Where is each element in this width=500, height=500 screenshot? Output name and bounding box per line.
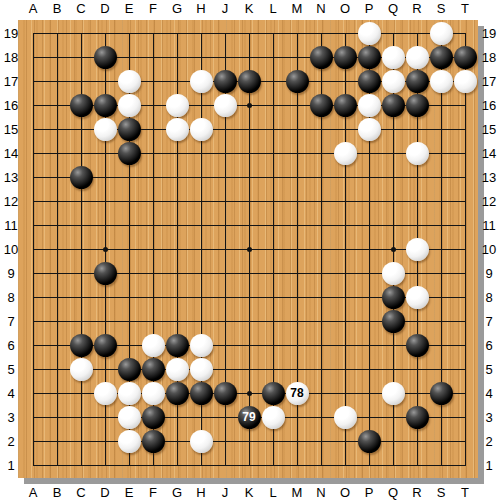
board-intersection[interactable]: [141, 285, 165, 309]
board-intersection[interactable]: [45, 309, 69, 333]
board-intersection[interactable]: [261, 237, 285, 261]
board-intersection[interactable]: [381, 357, 405, 381]
board-intersection[interactable]: [237, 357, 261, 381]
board-intersection[interactable]: [141, 189, 165, 213]
board-intersection[interactable]: [453, 405, 477, 429]
board-intersection[interactable]: [405, 165, 429, 189]
board-intersection[interactable]: [333, 117, 357, 141]
board-intersection[interactable]: [237, 285, 261, 309]
board-intersection[interactable]: [285, 309, 309, 333]
board-intersection[interactable]: [21, 429, 45, 453]
board-intersection[interactable]: [453, 381, 477, 405]
board-intersection[interactable]: [165, 405, 189, 429]
board-intersection[interactable]: [429, 357, 453, 381]
board-intersection[interactable]: [141, 69, 165, 93]
board-intersection[interactable]: [117, 165, 141, 189]
board-intersection[interactable]: [405, 333, 429, 357]
board-intersection[interactable]: [381, 429, 405, 453]
board-intersection[interactable]: [453, 141, 477, 165]
board-intersection[interactable]: [429, 117, 453, 141]
board-intersection[interactable]: [381, 237, 405, 261]
board-intersection[interactable]: [117, 309, 141, 333]
board-intersection[interactable]: [429, 69, 453, 93]
board-intersection[interactable]: [141, 261, 165, 285]
board-intersection[interactable]: [381, 93, 405, 117]
board-intersection[interactable]: [405, 285, 429, 309]
board-intersection[interactable]: [453, 237, 477, 261]
board-intersection[interactable]: [93, 453, 117, 477]
board-intersection[interactable]: [165, 45, 189, 69]
board-intersection[interactable]: [237, 309, 261, 333]
board-intersection[interactable]: [93, 381, 117, 405]
board-intersection[interactable]: [405, 261, 429, 285]
board-intersection[interactable]: [357, 93, 381, 117]
board-intersection[interactable]: [285, 213, 309, 237]
board-intersection[interactable]: [309, 45, 333, 69]
board-intersection[interactable]: [453, 285, 477, 309]
board-intersection[interactable]: [453, 165, 477, 189]
board-intersection[interactable]: [237, 93, 261, 117]
board-intersection[interactable]: [189, 285, 213, 309]
board-intersection[interactable]: [237, 189, 261, 213]
board-intersection[interactable]: [333, 165, 357, 189]
board-intersection[interactable]: [453, 45, 477, 69]
board-intersection[interactable]: [333, 405, 357, 429]
board-intersection[interactable]: [189, 453, 213, 477]
board-intersection[interactable]: [21, 237, 45, 261]
board-intersection[interactable]: [405, 117, 429, 141]
board-intersection[interactable]: [213, 45, 237, 69]
board-intersection[interactable]: [69, 165, 93, 189]
board-intersection[interactable]: [429, 309, 453, 333]
board-intersection[interactable]: [45, 213, 69, 237]
board-intersection[interactable]: [93, 45, 117, 69]
board-intersection[interactable]: [21, 357, 45, 381]
board-intersection[interactable]: [213, 141, 237, 165]
board-intersection[interactable]: [285, 357, 309, 381]
board-intersection[interactable]: [117, 189, 141, 213]
board-intersection[interactable]: [213, 213, 237, 237]
board-intersection[interactable]: [141, 453, 165, 477]
board-intersection[interactable]: [309, 93, 333, 117]
board-intersection[interactable]: [213, 429, 237, 453]
board-intersection[interactable]: [213, 93, 237, 117]
board-intersection[interactable]: [285, 93, 309, 117]
board-intersection[interactable]: [453, 69, 477, 93]
board-intersection[interactable]: [285, 117, 309, 141]
board-intersection[interactable]: [45, 69, 69, 93]
board-intersection[interactable]: [45, 141, 69, 165]
board-intersection[interactable]: [165, 117, 189, 141]
board-intersection[interactable]: [93, 309, 117, 333]
board-intersection[interactable]: [141, 93, 165, 117]
board-intersection[interactable]: [213, 189, 237, 213]
board-intersection[interactable]: [357, 117, 381, 141]
board-intersection[interactable]: [213, 21, 237, 45]
board-intersection[interactable]: [453, 117, 477, 141]
board-intersection[interactable]: [285, 261, 309, 285]
board-intersection[interactable]: [333, 213, 357, 237]
board-intersection[interactable]: [93, 429, 117, 453]
board-intersection[interactable]: [93, 69, 117, 93]
board-intersection[interactable]: [189, 429, 213, 453]
board-intersection[interactable]: [21, 453, 45, 477]
board-intersection[interactable]: [69, 333, 93, 357]
board-intersection[interactable]: [381, 381, 405, 405]
board-intersection[interactable]: [453, 357, 477, 381]
board-intersection[interactable]: [45, 357, 69, 381]
board-intersection[interactable]: [69, 309, 93, 333]
board-intersection[interactable]: [285, 333, 309, 357]
board-intersection[interactable]: [285, 45, 309, 69]
board-intersection[interactable]: [93, 165, 117, 189]
board-intersection[interactable]: [381, 309, 405, 333]
board-intersection[interactable]: [141, 333, 165, 357]
board-intersection[interactable]: [285, 189, 309, 213]
board-intersection[interactable]: [309, 333, 333, 357]
board-intersection[interactable]: [237, 429, 261, 453]
board-intersection[interactable]: [453, 429, 477, 453]
board-intersection[interactable]: [93, 333, 117, 357]
board-intersection[interactable]: [453, 309, 477, 333]
board-intersection[interactable]: [333, 189, 357, 213]
board-intersection[interactable]: [45, 165, 69, 189]
board-intersection[interactable]: [213, 285, 237, 309]
board-intersection[interactable]: [381, 45, 405, 69]
board-intersection[interactable]: [333, 21, 357, 45]
board-intersection[interactable]: [237, 237, 261, 261]
board-intersection[interactable]: [45, 333, 69, 357]
board-intersection[interactable]: [141, 309, 165, 333]
board-intersection[interactable]: [165, 189, 189, 213]
board-intersection[interactable]: [261, 213, 285, 237]
board-intersection[interactable]: [405, 237, 429, 261]
board-intersection[interactable]: [189, 165, 213, 189]
board-intersection[interactable]: [117, 69, 141, 93]
board-intersection[interactable]: [237, 45, 261, 69]
board-intersection[interactable]: [309, 141, 333, 165]
board-intersection[interactable]: [21, 189, 45, 213]
board-intersection[interactable]: [189, 189, 213, 213]
board-intersection[interactable]: [357, 45, 381, 69]
board-intersection[interactable]: [381, 189, 405, 213]
board-intersection[interactable]: [21, 213, 45, 237]
board-intersection[interactable]: [141, 117, 165, 141]
board-intersection[interactable]: [261, 141, 285, 165]
board-intersection[interactable]: [45, 285, 69, 309]
board-intersection[interactable]: [165, 285, 189, 309]
board-intersection[interactable]: [237, 117, 261, 141]
board-intersection[interactable]: [69, 261, 93, 285]
board-intersection[interactable]: [93, 357, 117, 381]
board-intersection[interactable]: [309, 21, 333, 45]
board-intersection[interactable]: [261, 261, 285, 285]
board-intersection[interactable]: [213, 117, 237, 141]
board-intersection[interactable]: [21, 141, 45, 165]
board-intersection[interactable]: [333, 285, 357, 309]
board-intersection[interactable]: [45, 117, 69, 141]
board-intersection[interactable]: [189, 357, 213, 381]
board-intersection[interactable]: [357, 453, 381, 477]
board-intersection[interactable]: [165, 357, 189, 381]
board-intersection[interactable]: [237, 165, 261, 189]
board-intersection[interactable]: [117, 333, 141, 357]
board-intersection[interactable]: [141, 381, 165, 405]
board-intersection[interactable]: [309, 357, 333, 381]
board-intersection[interactable]: [165, 93, 189, 117]
board-intersection[interactable]: [429, 45, 453, 69]
board-intersection[interactable]: [309, 213, 333, 237]
board-intersection[interactable]: [429, 429, 453, 453]
board-intersection[interactable]: [189, 141, 213, 165]
board-intersection[interactable]: [117, 357, 141, 381]
board-intersection[interactable]: [261, 405, 285, 429]
board-intersection[interactable]: [261, 357, 285, 381]
board-intersection[interactable]: [429, 453, 453, 477]
board-intersection[interactable]: [213, 453, 237, 477]
board-intersection[interactable]: [213, 165, 237, 189]
board-intersection[interactable]: [309, 69, 333, 93]
board-intersection[interactable]: [117, 405, 141, 429]
board-intersection[interactable]: [261, 69, 285, 93]
board-intersection[interactable]: [189, 93, 213, 117]
board-intersection[interactable]: [429, 141, 453, 165]
board-intersection[interactable]: [261, 93, 285, 117]
board-intersection[interactable]: [21, 93, 45, 117]
board-intersection[interactable]: [381, 261, 405, 285]
board-intersection[interactable]: [69, 285, 93, 309]
board-intersection[interactable]: [261, 117, 285, 141]
board-intersection[interactable]: [45, 261, 69, 285]
board-intersection[interactable]: [309, 165, 333, 189]
board-intersection[interactable]: [405, 21, 429, 45]
board-intersection[interactable]: [69, 453, 93, 477]
board-intersection[interactable]: [285, 453, 309, 477]
board-intersection[interactable]: [213, 333, 237, 357]
board-intersection[interactable]: [261, 285, 285, 309]
board-intersection[interactable]: [165, 261, 189, 285]
board-intersection[interactable]: [357, 21, 381, 45]
board-intersection[interactable]: [333, 45, 357, 69]
board-intersection[interactable]: [69, 21, 93, 45]
board-intersection[interactable]: [309, 117, 333, 141]
board-intersection[interactable]: [309, 381, 333, 405]
board-intersection[interactable]: [213, 69, 237, 93]
board-intersection[interactable]: [237, 69, 261, 93]
board-intersection[interactable]: [333, 429, 357, 453]
board-intersection[interactable]: [69, 69, 93, 93]
board-intersection[interactable]: [117, 21, 141, 45]
board-intersection[interactable]: [261, 429, 285, 453]
board-intersection[interactable]: [333, 261, 357, 285]
board-intersection[interactable]: [189, 261, 213, 285]
board-intersection[interactable]: [117, 141, 141, 165]
board-intersection[interactable]: [213, 405, 237, 429]
board-intersection[interactable]: [309, 309, 333, 333]
board-intersection[interactable]: [117, 45, 141, 69]
board-intersection[interactable]: [237, 453, 261, 477]
board-intersection[interactable]: [93, 141, 117, 165]
board-intersection[interactable]: [237, 21, 261, 45]
board-intersection[interactable]: [69, 237, 93, 261]
board-intersection[interactable]: [309, 261, 333, 285]
board-intersection[interactable]: [453, 261, 477, 285]
board-intersection[interactable]: [333, 381, 357, 405]
board-intersection[interactable]: [21, 69, 45, 93]
board-intersection[interactable]: [261, 309, 285, 333]
board-intersection[interactable]: [21, 261, 45, 285]
board-intersection[interactable]: [141, 405, 165, 429]
board-intersection[interactable]: [405, 141, 429, 165]
board-intersection[interactable]: [93, 213, 117, 237]
board-intersection[interactable]: [261, 381, 285, 405]
board-intersection[interactable]: [117, 261, 141, 285]
board-intersection[interactable]: [405, 405, 429, 429]
board-intersection[interactable]: [165, 69, 189, 93]
board-intersection[interactable]: [405, 69, 429, 93]
board-intersection[interactable]: [21, 21, 45, 45]
board-intersection[interactable]: [21, 285, 45, 309]
board-intersection[interactable]: [405, 429, 429, 453]
board-intersection[interactable]: [45, 189, 69, 213]
board-intersection[interactable]: [21, 165, 45, 189]
board-intersection[interactable]: [117, 453, 141, 477]
board-intersection[interactable]: [45, 429, 69, 453]
board-intersection[interactable]: [117, 213, 141, 237]
board-intersection[interactable]: [237, 141, 261, 165]
board-intersection[interactable]: [141, 213, 165, 237]
board-intersection[interactable]: [261, 453, 285, 477]
board-intersection[interactable]: [261, 189, 285, 213]
board-intersection[interactable]: [357, 213, 381, 237]
board-intersection[interactable]: [69, 141, 93, 165]
board-intersection[interactable]: [381, 117, 405, 141]
board-intersection[interactable]: [285, 141, 309, 165]
board-intersection[interactable]: [357, 285, 381, 309]
board-intersection[interactable]: [285, 405, 309, 429]
board-intersection[interactable]: [381, 141, 405, 165]
board-intersection[interactable]: [165, 165, 189, 189]
board-intersection[interactable]: [213, 261, 237, 285]
board-intersection[interactable]: [189, 237, 213, 261]
board-intersection[interactable]: [453, 333, 477, 357]
board-intersection[interactable]: 78: [285, 381, 309, 405]
board-intersection[interactable]: [357, 189, 381, 213]
board-intersection[interactable]: [21, 405, 45, 429]
board-intersection[interactable]: [93, 237, 117, 261]
board-intersection[interactable]: [429, 213, 453, 237]
board-intersection[interactable]: [93, 189, 117, 213]
board-intersection[interactable]: [93, 261, 117, 285]
board-intersection[interactable]: [45, 405, 69, 429]
board-intersection[interactable]: [93, 93, 117, 117]
board-intersection[interactable]: [141, 429, 165, 453]
board-intersection[interactable]: [285, 21, 309, 45]
board-intersection[interactable]: [213, 309, 237, 333]
board-intersection[interactable]: [165, 429, 189, 453]
board-intersection[interactable]: [285, 165, 309, 189]
board-intersection[interactable]: [237, 381, 261, 405]
board-intersection[interactable]: [333, 309, 357, 333]
board-intersection[interactable]: [165, 309, 189, 333]
board-intersection[interactable]: [429, 261, 453, 285]
board-intersection[interactable]: [117, 117, 141, 141]
board-intersection[interactable]: [309, 189, 333, 213]
board-intersection[interactable]: [165, 237, 189, 261]
board-intersection[interactable]: [333, 237, 357, 261]
board-intersection[interactable]: [453, 213, 477, 237]
board-intersection[interactable]: [357, 69, 381, 93]
board-intersection[interactable]: [453, 189, 477, 213]
board-intersection[interactable]: [141, 237, 165, 261]
board-intersection[interactable]: [261, 45, 285, 69]
board-intersection[interactable]: [189, 117, 213, 141]
board-intersection[interactable]: [141, 21, 165, 45]
board-intersection[interactable]: [429, 381, 453, 405]
board-intersection[interactable]: [405, 213, 429, 237]
board-intersection[interactable]: [261, 333, 285, 357]
board-intersection[interactable]: [405, 189, 429, 213]
board-intersection[interactable]: [45, 453, 69, 477]
board-intersection[interactable]: [117, 381, 141, 405]
board-intersection[interactable]: [357, 165, 381, 189]
board-intersection[interactable]: [189, 69, 213, 93]
board-intersection[interactable]: [45, 21, 69, 45]
board-intersection[interactable]: [21, 117, 45, 141]
board-intersection[interactable]: [69, 189, 93, 213]
board-intersection[interactable]: [21, 45, 45, 69]
board-intersection[interactable]: [453, 453, 477, 477]
board-intersection[interactable]: [189, 381, 213, 405]
board-intersection[interactable]: [309, 237, 333, 261]
board-intersection[interactable]: [261, 165, 285, 189]
board-intersection[interactable]: [93, 405, 117, 429]
board-intersection[interactable]: [165, 213, 189, 237]
board-intersection[interactable]: [21, 333, 45, 357]
board-intersection[interactable]: [69, 93, 93, 117]
board-intersection[interactable]: [213, 357, 237, 381]
board-intersection[interactable]: [93, 285, 117, 309]
board-intersection[interactable]: [237, 261, 261, 285]
board-intersection[interactable]: [381, 453, 405, 477]
board-intersection[interactable]: [165, 333, 189, 357]
board-intersection[interactable]: [333, 453, 357, 477]
board-intersection[interactable]: [93, 21, 117, 45]
board-intersection[interactable]: [189, 213, 213, 237]
board-intersection[interactable]: [165, 141, 189, 165]
board-intersection[interactable]: [45, 45, 69, 69]
board-intersection[interactable]: [357, 405, 381, 429]
board-intersection[interactable]: [333, 141, 357, 165]
board-intersection[interactable]: [213, 381, 237, 405]
board-intersection[interactable]: [405, 93, 429, 117]
board-intersection[interactable]: [261, 21, 285, 45]
board-intersection[interactable]: [69, 45, 93, 69]
board-intersection[interactable]: [333, 357, 357, 381]
board-intersection[interactable]: [165, 381, 189, 405]
board-intersection[interactable]: [285, 237, 309, 261]
board-intersection[interactable]: [333, 333, 357, 357]
board-intersection[interactable]: [165, 453, 189, 477]
board-intersection[interactable]: [69, 429, 93, 453]
board-intersection[interactable]: [429, 237, 453, 261]
board-intersection[interactable]: [45, 237, 69, 261]
board-intersection[interactable]: [405, 381, 429, 405]
board-intersection[interactable]: [189, 309, 213, 333]
board-intersection[interactable]: [429, 93, 453, 117]
board-intersection[interactable]: [405, 45, 429, 69]
board-intersection[interactable]: [381, 405, 405, 429]
